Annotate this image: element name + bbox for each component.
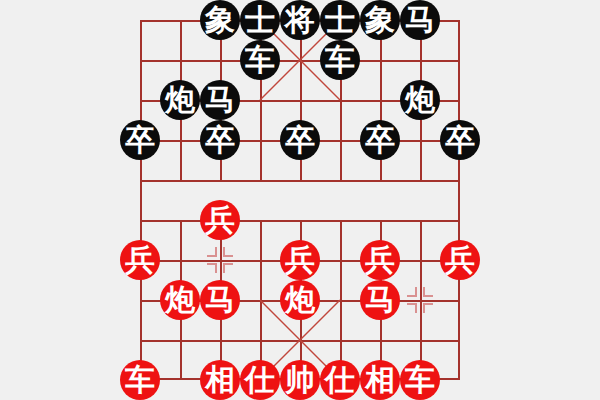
piece-red-cannon[interactable]: 炮 [160,280,200,320]
xiangqi-board[interactable] [140,20,460,380]
piece-black-horse[interactable]: 马 [400,0,440,40]
piece-black-soldier[interactable]: 卒 [120,120,160,160]
piece-black-advisor[interactable]: 士 [240,0,280,40]
board-cell [300,180,340,220]
piece-black-general[interactable]: 将 [280,0,320,40]
piece-black-horse[interactable]: 马 [200,80,240,120]
piece-black-elephant[interactable]: 象 [360,0,400,40]
piece-red-soldier[interactable]: 兵 [200,200,240,240]
piece-black-soldier[interactable]: 卒 [200,120,240,160]
board-cell [420,300,460,340]
piece-red-chariot[interactable]: 车 [120,360,160,400]
piece-red-soldier[interactable]: 兵 [120,240,160,280]
piece-red-soldier[interactable]: 兵 [440,240,480,280]
piece-red-chariot[interactable]: 车 [400,360,440,400]
piece-black-elephant[interactable]: 象 [200,0,240,40]
xiangqi-screenshot: 象士将士象马车车炮马炮卒卒卒卒卒兵兵兵兵兵炮马炮马车相仕帅仕相车 [0,0,600,400]
board-cell [140,20,180,60]
piece-black-soldier[interactable]: 卒 [280,120,320,160]
piece-red-soldier[interactable]: 兵 [360,240,400,280]
board-cell [380,180,420,220]
board-cell [140,180,180,220]
piece-black-chariot[interactable]: 车 [320,40,360,80]
piece-black-cannon[interactable]: 炮 [400,80,440,120]
piece-red-soldier[interactable]: 兵 [280,240,320,280]
piece-red-elephant[interactable]: 相 [360,360,400,400]
piece-red-advisor[interactable]: 仕 [320,360,360,400]
piece-black-cannon[interactable]: 炮 [160,80,200,120]
board-cell [260,180,300,220]
piece-black-chariot[interactable]: 车 [240,40,280,80]
piece-black-advisor[interactable]: 士 [320,0,360,40]
piece-red-cannon[interactable]: 炮 [280,280,320,320]
board-cell [340,180,380,220]
piece-black-soldier[interactable]: 卒 [360,120,400,160]
piece-red-horse[interactable]: 马 [200,280,240,320]
piece-red-general[interactable]: 帅 [280,360,320,400]
piece-red-advisor[interactable]: 仕 [240,360,280,400]
piece-red-elephant[interactable]: 相 [200,360,240,400]
board-cell [420,180,460,220]
piece-red-horse[interactable]: 马 [360,280,400,320]
piece-black-soldier[interactable]: 卒 [440,120,480,160]
